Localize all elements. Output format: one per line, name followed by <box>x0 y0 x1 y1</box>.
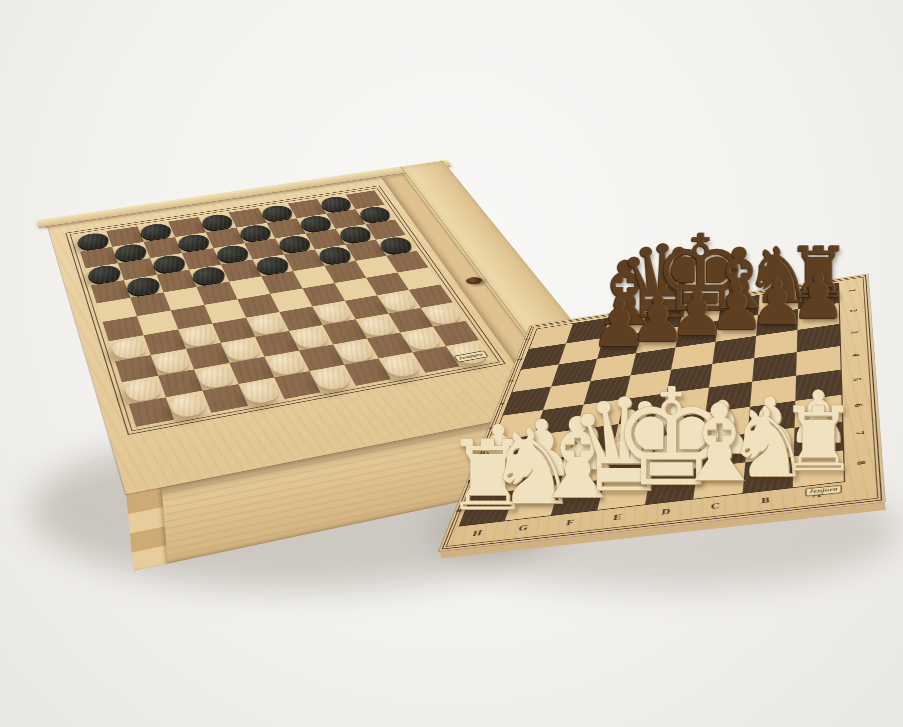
chess-square-h7 <box>472 462 525 496</box>
checkers-cell-r9c2 <box>158 369 202 397</box>
checkers-cell-r9c3 <box>194 363 239 391</box>
chess-square-g8 <box>505 485 560 521</box>
checkers-cell-r10c9 <box>412 346 459 373</box>
checkers-cell-r6c4 <box>204 299 246 323</box>
checker-piece-natural <box>222 338 262 362</box>
file-label-h: H <box>471 528 484 538</box>
rank-label-right-6: 6 <box>852 403 863 407</box>
checkers-cell-r9c7 <box>333 338 378 364</box>
checkers-cell-r10c7 <box>344 358 391 385</box>
chess-square-e5 <box>619 393 667 424</box>
checker-piece-natural <box>423 303 464 325</box>
jeujura-logo-stamp-lid: Jeujura <box>454 350 489 362</box>
checker-piece-natural <box>291 326 332 349</box>
chess-square-a5 <box>795 370 841 401</box>
rank-label-right-7: 7 <box>854 431 865 436</box>
checker-piece-natural <box>110 336 149 360</box>
jeujura-logo-stamp-chess: Jeujura <box>805 485 841 497</box>
chess-square-f7 <box>560 451 612 485</box>
checkers-cell-r6c1 <box>103 316 144 341</box>
chess-square-d5 <box>662 388 709 419</box>
checkers-cell-r10c6 <box>309 365 355 393</box>
checkers-cell-r9c1 <box>122 376 166 404</box>
checker-piece-natural <box>196 364 237 389</box>
chess-square-d8 <box>645 468 698 504</box>
checker-piece-natural <box>248 313 287 336</box>
file-label-f: F <box>565 517 575 527</box>
checkers-cell-r8c10 <box>421 302 466 326</box>
rank-label-left-6: 6 <box>477 452 487 456</box>
checkers-cell-r7c3 <box>178 323 221 348</box>
chess-square-f5 <box>576 399 625 430</box>
chess-square-f6 <box>568 424 618 456</box>
chess-square-a7 <box>794 422 843 457</box>
checker-piece-natural <box>311 366 354 391</box>
checkers-cell-r7c1 <box>109 335 151 361</box>
checker-piece-natural <box>240 379 282 405</box>
checkers-cell-r10c1 <box>129 397 174 427</box>
checker-piece-natural <box>335 339 377 363</box>
chess-square-f8 <box>551 479 605 515</box>
chess-square-b8 <box>743 456 794 493</box>
checkers-cell-r6c3 <box>171 305 213 329</box>
chess-square-a6 <box>795 395 843 428</box>
chess-square-e6 <box>612 418 662 450</box>
chess-square-c6 <box>702 407 750 440</box>
checkers-cell-r9c5 <box>264 351 309 378</box>
checkers-cell-r8c5 <box>255 331 299 357</box>
rank-label-left-7: 7 <box>466 479 476 483</box>
checkers-cell-r8c9 <box>388 308 433 333</box>
checkers-cell-r7c7 <box>312 301 355 325</box>
chess-square-c7 <box>698 434 748 468</box>
file-label-b: B <box>761 495 771 505</box>
checkers-cell-r8c7 <box>323 319 367 344</box>
checkers-cell-r8c2 <box>151 349 194 376</box>
chess-square-c8 <box>693 462 745 498</box>
checker-piece-natural <box>314 302 354 324</box>
checkers-cell-r9c6 <box>299 344 344 371</box>
checker-piece-natural <box>124 377 165 403</box>
chess-square-b6 <box>748 401 796 434</box>
checker-piece-natural <box>448 341 491 365</box>
checker-piece-natural <box>266 352 307 377</box>
file-label-e: E <box>613 512 624 522</box>
rank-label-right-4: 4 <box>850 353 860 357</box>
checker-piece-natural <box>152 350 192 375</box>
chess-square-a8 <box>793 450 844 487</box>
checkers-cell-r7c2 <box>144 329 186 355</box>
chess-square-c5 <box>705 382 752 413</box>
rank-label-right-8: 8 <box>855 460 867 465</box>
checkers-cell-r8c8 <box>356 314 401 339</box>
chess-square-d6 <box>656 413 705 446</box>
chess-square-e7 <box>605 445 657 479</box>
chess-square-e8 <box>597 474 650 510</box>
file-label-g: G <box>517 523 529 533</box>
checker-piece-natural <box>180 324 219 347</box>
checkers-cell-r8c1 <box>115 355 158 382</box>
checkers-cell-r10c4 <box>239 377 285 405</box>
finger-joints <box>126 487 168 571</box>
checkers-cell-r9c9 <box>400 327 446 353</box>
checker-piece-natural <box>402 328 444 352</box>
rank-label-left-8: 8 <box>454 508 464 512</box>
chess-square-g7 <box>515 456 568 490</box>
checkers-cell-r7c5 <box>246 312 289 337</box>
chess-square-d7 <box>651 439 702 473</box>
checkers-cell-r9c4 <box>229 357 274 384</box>
file-label-a: A <box>812 489 822 499</box>
checkers-cell-r8c4 <box>221 337 265 363</box>
checkers-cell-r5c1 <box>97 298 137 322</box>
file-label-c: C <box>710 501 721 511</box>
checkers-cell-r7c6 <box>279 306 322 331</box>
chess-square-b7 <box>745 428 794 463</box>
chess-square-h8 <box>460 490 516 526</box>
checkers-cell-r7c4 <box>212 318 255 343</box>
checkers-cell-r10c10 <box>446 340 493 366</box>
rank-label-right-5: 5 <box>851 377 862 381</box>
checker-piece-natural <box>380 353 423 378</box>
checker-piece-natural <box>168 392 210 419</box>
checkers-cell-r6c2 <box>137 310 178 335</box>
checkers-cell-r10c5 <box>274 371 320 399</box>
checkers-cell-r10c3 <box>202 384 248 413</box>
checker-piece-natural <box>357 315 398 338</box>
checkers-cell-r8c3 <box>186 343 230 369</box>
chess-square-b4 <box>752 352 797 382</box>
checkers-cell-r9c10 <box>433 321 479 346</box>
file-label-d: D <box>661 506 672 516</box>
scene: Jeujura HGFEDCBA 12345678 12345678 Jeuju… <box>0 0 903 727</box>
checkers-cell-r9c8 <box>367 333 413 359</box>
chess-square-b5 <box>750 376 796 407</box>
chess-square-c4 <box>709 358 754 387</box>
checkers-cell-r10c2 <box>166 391 211 420</box>
chess-square-a4 <box>796 346 841 376</box>
checkers-cell-r8c6 <box>289 325 333 351</box>
checkers-cell-r10c8 <box>379 352 426 379</box>
